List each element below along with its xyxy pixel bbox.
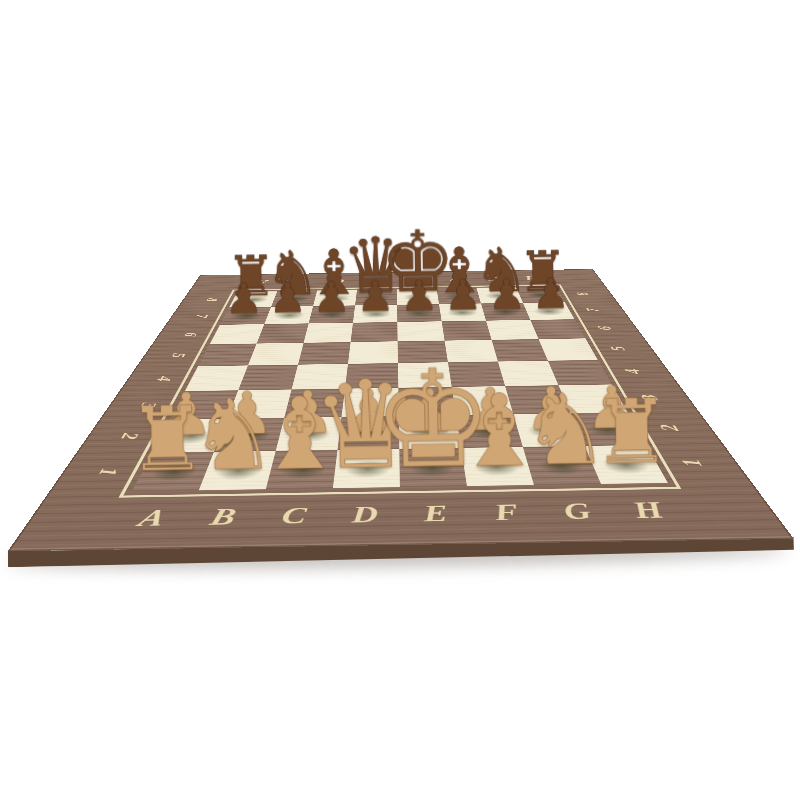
rank-label-right-8: 8	[558, 288, 606, 300]
file-label-far-g: G	[472, 274, 514, 285]
rank-label-right-7: 7	[567, 304, 618, 317]
file-label-c: C	[254, 498, 331, 534]
file-label-far-h: H	[510, 273, 554, 284]
board-3d-scene: ABCDEFGH ABCDEFGH 87654321 87654321 ♜♞♝♛…	[8, 269, 794, 551]
piece-cell-e1: ♚	[399, 448, 467, 487]
rank-label-right-4: 4	[601, 362, 664, 381]
file-label-far-e: E	[397, 275, 436, 286]
file-label-far-b: B	[279, 276, 321, 287]
file-label-e: E	[400, 496, 474, 532]
board-assembly: ABCDEFGH ABCDEFGH 87654321 87654321 ♜♞♝♛…	[0, 0, 800, 800]
chess-board: ABCDEFGH ABCDEFGH 87654321 87654321 ♜♞♝♛…	[8, 269, 794, 551]
rank-label-left-8: 8	[188, 294, 236, 306]
file-label-far-a: A	[239, 277, 282, 288]
file-label-d: D	[327, 497, 400, 533]
file-label-far-c: C	[318, 276, 359, 287]
file-label-h: H	[605, 493, 693, 528]
file-label-far-f: F	[434, 274, 475, 285]
rank-label-right-5: 5	[588, 340, 647, 357]
file-label-g: G	[537, 494, 620, 530]
file-label-far-d: D	[357, 275, 396, 286]
file-label-b: B	[181, 499, 263, 535]
file-labels-bottom: ABCDEFGH	[108, 493, 693, 536]
rank-label-left-4: 4	[133, 369, 196, 388]
photo-background: ABCDEFGH ABCDEFGH 87654321 87654321 ♜♞♝♛…	[0, 0, 800, 800]
rank-label-left-7: 7	[176, 310, 227, 324]
file-label-f: F	[468, 495, 546, 531]
rank-label-right-6: 6	[577, 321, 632, 336]
rank-label-left-5: 5	[149, 347, 207, 364]
rank-label-left-6: 6	[163, 327, 217, 342]
white-king-e1[interactable]: ♚	[360, 350, 505, 487]
